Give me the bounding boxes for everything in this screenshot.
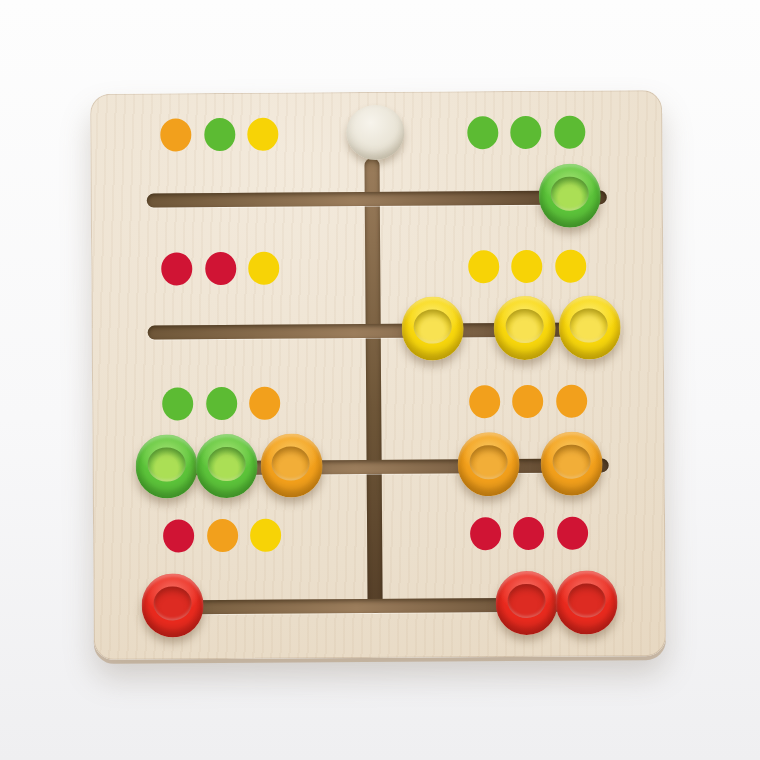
clue-dot-orange [512,384,543,417]
clue-dot-yellow [249,518,280,551]
clue-dot-red [469,517,500,550]
clue-dots-layer [90,90,662,94]
clue-dot-yellow [247,117,278,150]
clue-dot-red [163,519,194,552]
wooden-puzzle-board [90,90,666,660]
clue-dot-green [162,387,193,420]
peg-yellow[interactable] [558,295,620,359]
clue-dot-green [510,115,541,148]
clue-dot-orange [160,118,191,151]
white-ball-knob[interactable] [346,105,404,160]
clue-dot-orange [469,385,500,418]
peg-orange[interactable] [260,433,322,497]
peg-yellow[interactable] [494,296,556,360]
clue-dot-green [206,386,237,419]
peg-red[interactable] [141,573,203,637]
clue-dot-yellow [248,251,279,284]
peg-green[interactable] [196,434,258,498]
peg-orange[interactable] [458,432,520,496]
clue-dot-red [556,516,587,549]
row-1-slot [147,190,607,207]
peg-green[interactable] [539,163,601,227]
peg-orange[interactable] [541,431,603,495]
clue-dot-green [467,116,498,149]
clue-dot-green [554,115,585,148]
peg-yellow[interactable] [402,296,464,360]
clue-dot-orange [556,384,587,417]
central-vertical-slot [364,158,382,613]
peg-red[interactable] [555,570,617,634]
clue-dot-green [204,117,235,150]
clue-dot-yellow [555,249,586,282]
clue-dot-orange [206,518,237,551]
clue-dot-yellow [511,249,542,282]
photo-scene [0,0,760,760]
pegs-layer [90,90,662,94]
clue-dot-orange [249,386,280,419]
clue-dot-yellow [468,250,499,283]
clue-dot-red [205,251,236,284]
clue-dot-red [161,252,192,285]
peg-green[interactable] [136,434,198,498]
clue-dot-red [512,516,543,549]
peg-red[interactable] [496,571,558,635]
